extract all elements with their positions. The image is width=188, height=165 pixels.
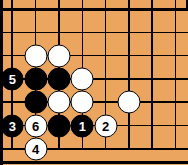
stone-white-move-6[interactable]: 6 (24, 114, 47, 137)
stone-black-move-1[interactable]: 1 (71, 114, 94, 137)
grid-vline (175, 0, 177, 150)
grid-hline (0, 32, 188, 34)
stone-black-move-5[interactable]: 5 (1, 67, 24, 90)
move-number: 1 (79, 119, 86, 132)
board-top-edge-line (0, 8, 188, 11)
grid-vline (151, 0, 153, 150)
stone-white[interactable] (71, 67, 94, 90)
stone-white[interactable] (48, 44, 71, 67)
stone-black[interactable] (24, 67, 47, 90)
stone-white[interactable] (48, 91, 71, 114)
move-number: 3 (9, 119, 16, 132)
stone-white[interactable] (24, 44, 47, 67)
stone-black[interactable] (48, 114, 71, 137)
stone-white-move-2[interactable]: 2 (94, 114, 117, 137)
bottom-frame-bar (0, 161, 188, 164)
grid-vline (128, 0, 130, 150)
top-right-frame-sliver (186, 0, 188, 11)
go-board[interactable]: 536124 (0, 0, 188, 165)
move-number: 4 (32, 142, 39, 155)
stone-white[interactable] (117, 91, 140, 114)
stone-black-move-3[interactable]: 3 (1, 114, 24, 137)
stone-black[interactable] (48, 67, 71, 90)
move-number: 6 (32, 119, 39, 132)
stone-black[interactable] (24, 91, 47, 114)
stone-white[interactable] (71, 91, 94, 114)
stone-white-move-4[interactable]: 4 (24, 137, 47, 160)
move-number: 5 (9, 72, 16, 85)
move-number: 2 (102, 119, 109, 132)
